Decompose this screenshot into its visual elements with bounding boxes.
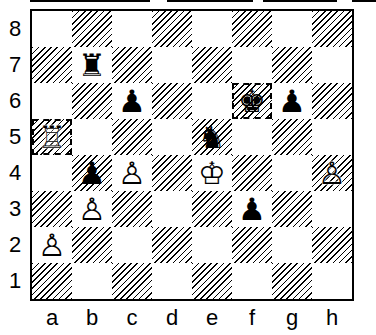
rank-label-1: 1 [2,263,28,299]
rank-labels: 87654321 [2,11,28,299]
square-f2[interactable] [232,227,272,263]
top-edge-line-segment [263,0,337,2]
square-c8[interactable] [112,11,152,47]
file-label-a: a [32,303,72,333]
top-edge-line-segment [167,0,253,2]
square-e3[interactable] [192,191,232,227]
square-d3[interactable] [152,191,192,227]
rank-label-3: 3 [2,191,28,227]
file-label-e: e [192,303,232,333]
square-e6[interactable] [192,83,232,119]
square-g8[interactable] [272,11,312,47]
file-label-f: f [232,303,272,333]
square-h1[interactable] [312,263,352,299]
square-f7[interactable] [232,47,272,83]
square-a2[interactable]: ♙ [32,227,72,263]
black-pawn-c6[interactable]: ♟ [118,83,146,119]
square-e4[interactable]: ♔ [192,155,232,191]
square-f5[interactable] [232,119,272,155]
square-g2[interactable] [272,227,312,263]
rank-label-8: 8 [2,11,28,47]
square-h3[interactable] [312,191,352,227]
black-knight-e5[interactable]: ♞ [198,119,226,155]
square-f1[interactable] [232,263,272,299]
rank-label-7: 7 [2,47,28,83]
file-label-c: c [112,303,152,333]
square-b3[interactable]: ♙ [72,191,112,227]
black-pawn-f3[interactable]: ♟ [238,191,266,227]
square-a8[interactable] [32,11,72,47]
square-g1[interactable] [272,263,312,299]
square-b2[interactable] [72,227,112,263]
white-rook-a5[interactable]: ♖ [38,119,66,155]
square-h2[interactable] [312,227,352,263]
square-e7[interactable] [192,47,232,83]
chess-diagram: 87654321 ♜♟♚♟♖♞♟♙♔♙♙♟♙ abcdefgh [0,0,376,335]
top-edge-line-segment [30,0,150,2]
rank-label-6: 6 [2,83,28,119]
square-h8[interactable] [312,11,352,47]
black-pawn-b4[interactable]: ♟ [78,155,106,191]
square-d4[interactable] [152,155,192,191]
square-a5[interactable]: ♖ [32,119,72,155]
square-e1[interactable] [192,263,232,299]
file-labels: abcdefgh [32,303,352,333]
square-e2[interactable] [192,227,232,263]
square-a4[interactable] [32,155,72,191]
square-h5[interactable] [312,119,352,155]
square-c2[interactable] [112,227,152,263]
square-d2[interactable] [152,227,192,263]
square-d7[interactable] [152,47,192,83]
square-b1[interactable] [72,263,112,299]
white-king-e4[interactable]: ♔ [198,155,226,191]
square-g4[interactable] [272,155,312,191]
white-pawn-h4[interactable]: ♙ [318,155,346,191]
square-b5[interactable] [72,119,112,155]
file-label-d: d [152,303,192,333]
square-e8[interactable] [192,11,232,47]
rank-label-2: 2 [2,227,28,263]
square-a6[interactable] [32,83,72,119]
black-pawn-g6[interactable]: ♟ [278,83,306,119]
square-h6[interactable] [312,83,352,119]
square-c5[interactable] [112,119,152,155]
file-label-b: b [72,303,112,333]
square-c6[interactable]: ♟ [112,83,152,119]
square-b6[interactable] [72,83,112,119]
square-e5[interactable]: ♞ [192,119,232,155]
square-g5[interactable] [272,119,312,155]
square-g3[interactable] [272,191,312,227]
black-rook-b7[interactable]: ♜ [78,47,106,83]
square-f3[interactable]: ♟ [232,191,272,227]
square-d6[interactable] [152,83,192,119]
square-h4[interactable]: ♙ [312,155,352,191]
square-f6[interactable]: ♚ [232,83,272,119]
square-a3[interactable] [32,191,72,227]
square-d1[interactable] [152,263,192,299]
square-f4[interactable] [232,155,272,191]
square-c1[interactable] [112,263,152,299]
square-a7[interactable] [32,47,72,83]
rank-label-5: 5 [2,119,28,155]
square-c7[interactable] [112,47,152,83]
square-c3[interactable] [112,191,152,227]
square-f8[interactable] [232,11,272,47]
square-c4[interactable]: ♙ [112,155,152,191]
square-d8[interactable] [152,11,192,47]
square-d5[interactable] [152,119,192,155]
square-a1[interactable] [32,263,72,299]
rank-label-4: 4 [2,155,28,191]
white-pawn-b3[interactable]: ♙ [78,191,106,227]
top-edge-line-segment [352,0,376,2]
white-pawn-c4[interactable]: ♙ [118,155,146,191]
file-label-h: h [312,303,352,333]
white-pawn-a2[interactable]: ♙ [38,227,66,263]
square-g7[interactable] [272,47,312,83]
square-h7[interactable] [312,47,352,83]
chess-board[interactable]: ♜♟♚♟♖♞♟♙♔♙♙♟♙ [30,9,354,301]
file-label-g: g [272,303,312,333]
square-g6[interactable]: ♟ [272,83,312,119]
square-b4[interactable]: ♟ [72,155,112,191]
square-b7[interactable]: ♜ [72,47,112,83]
black-king-f6[interactable]: ♚ [238,83,266,119]
square-b8[interactable] [72,11,112,47]
